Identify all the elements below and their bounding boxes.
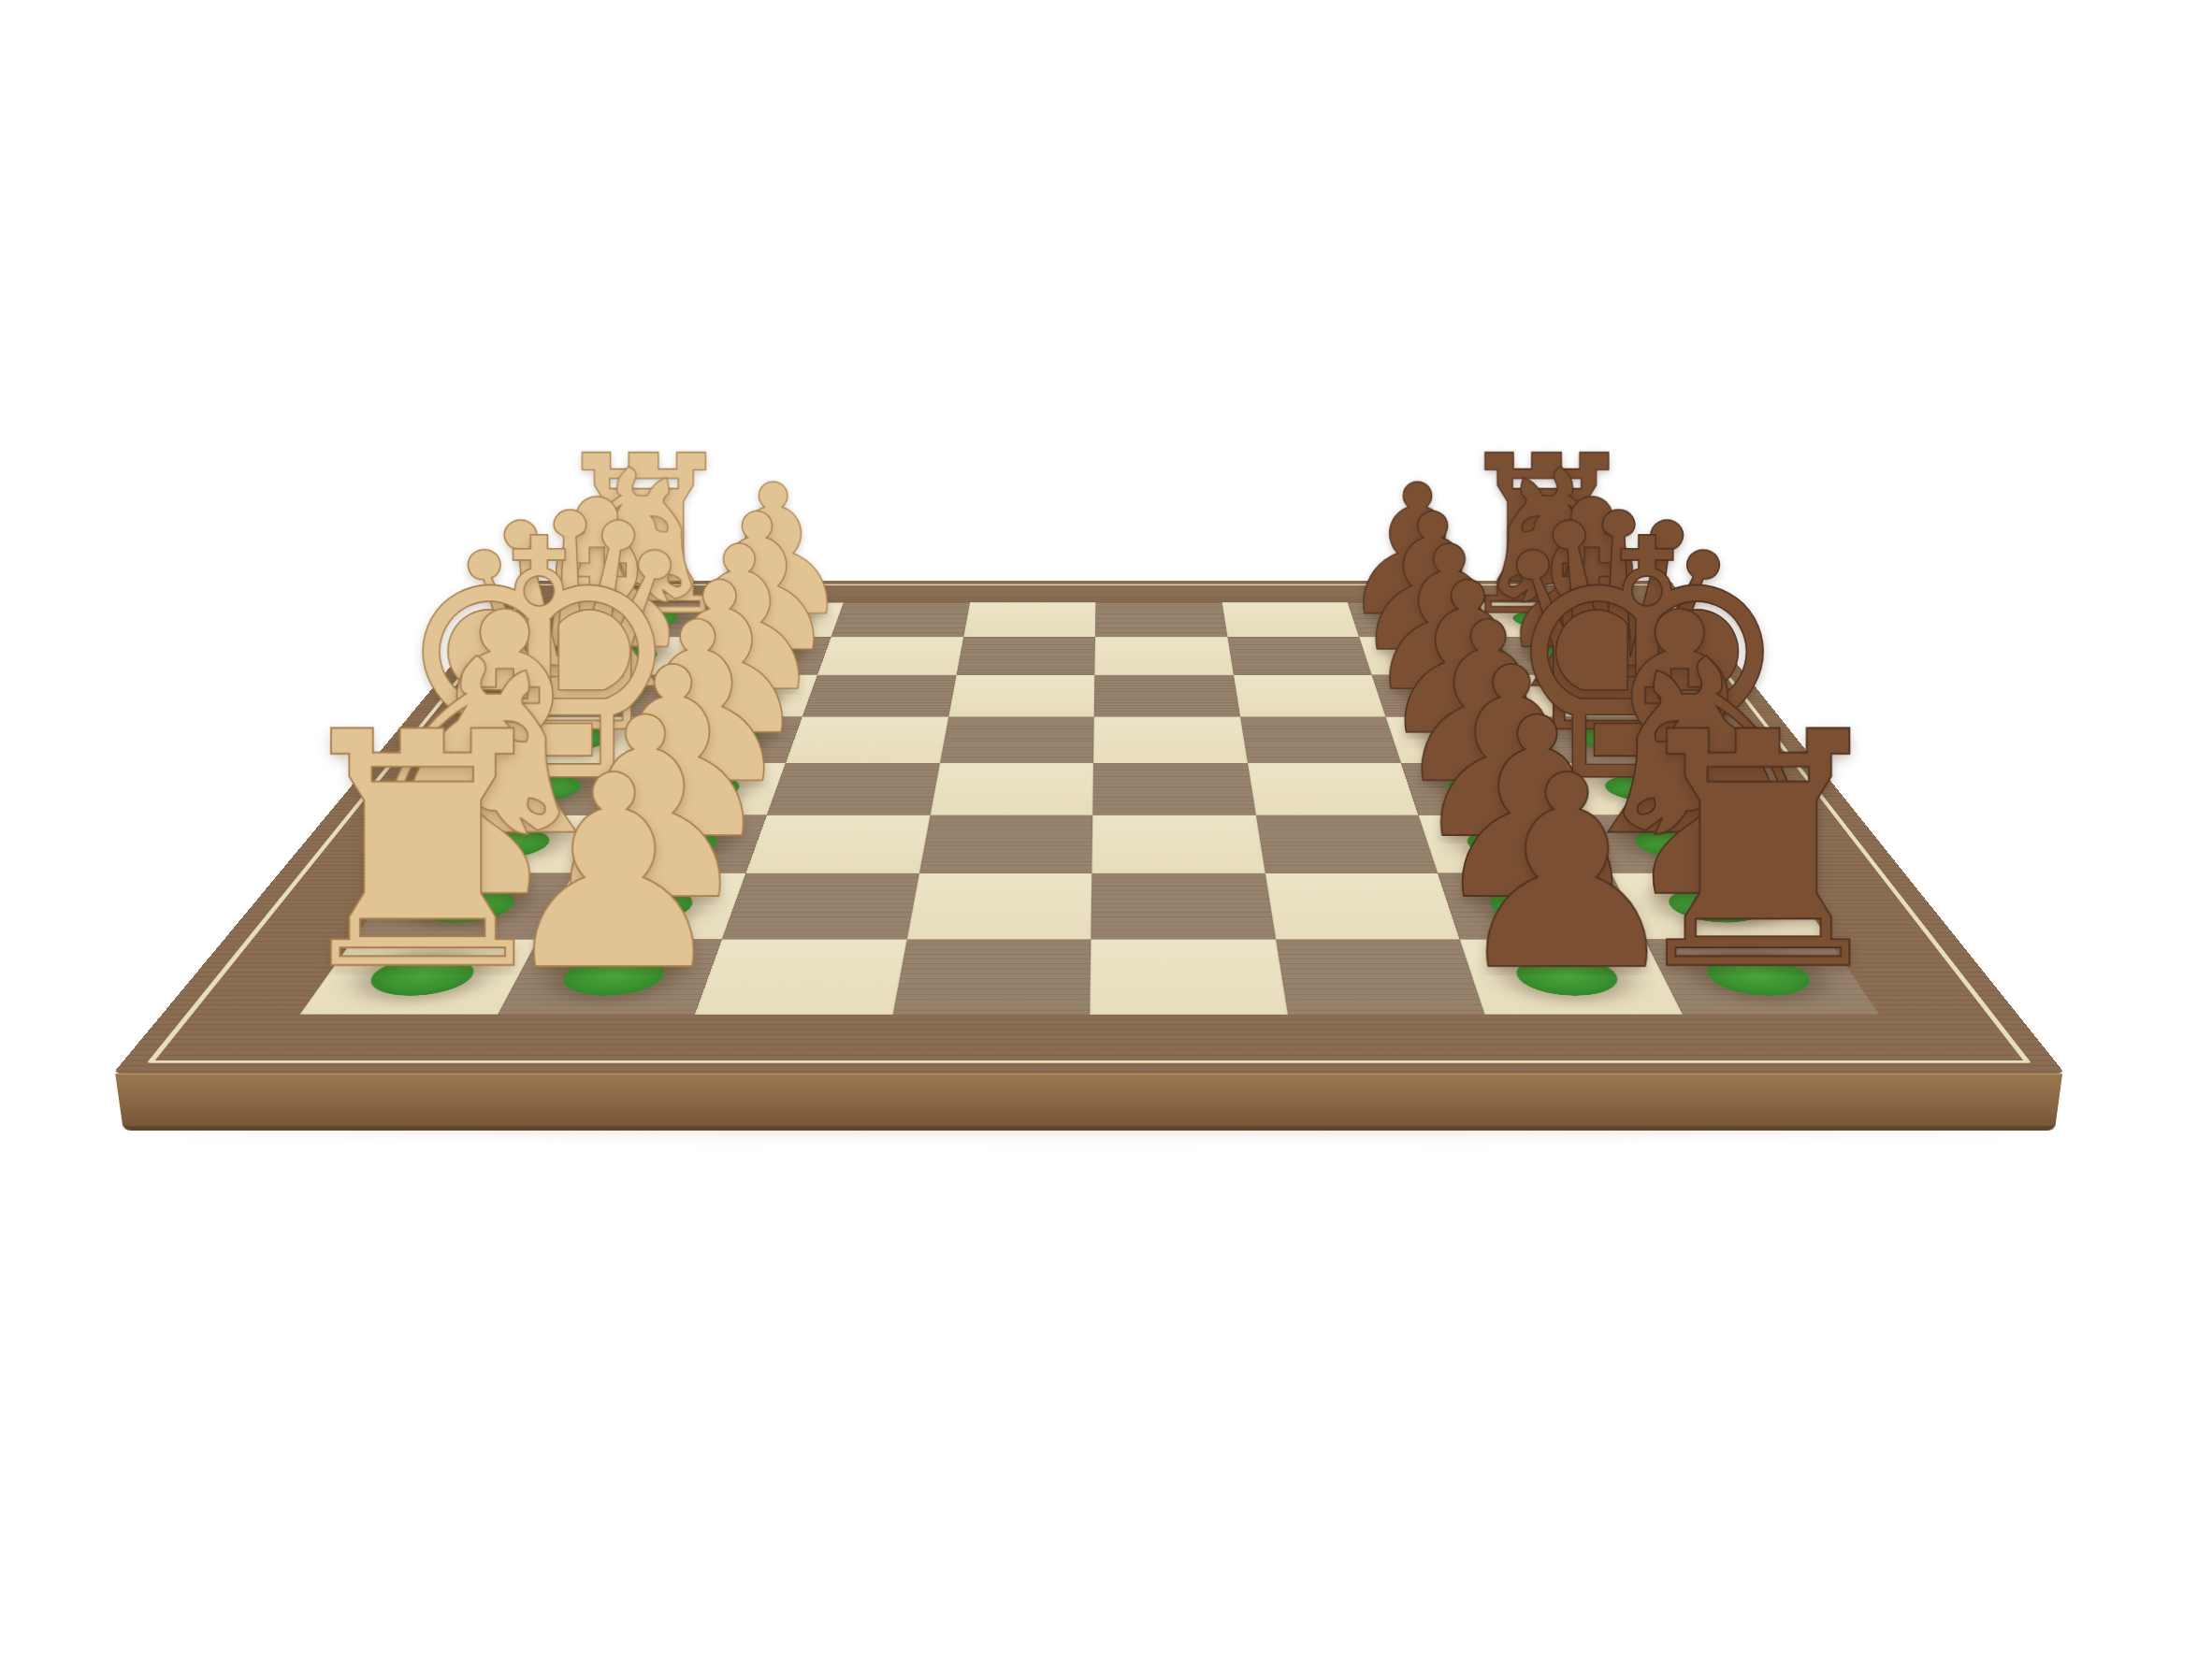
- square-h5[interactable]: [1090, 939, 1287, 1015]
- square-c5[interactable]: [1094, 675, 1240, 717]
- piece-black-rook[interactable]: ♜︎: [1612, 651, 1903, 975]
- square-h4[interactable]: [892, 939, 1091, 1015]
- square-f4[interactable]: [918, 815, 1092, 872]
- piece-white-pawn[interactable]: ♟︎: [494, 709, 733, 975]
- square-g4[interactable]: [906, 873, 1092, 940]
- square-a4[interactable]: [963, 602, 1096, 637]
- chess-photo-scene: ♜︎♟︎♟︎♜︎♞︎♟︎♟︎♞︎♝︎♟︎♟︎♝︎♛︎♟︎♟︎♛︎♚︎♟︎♟︎♚︎…: [0, 0, 2212, 1658]
- square-a5[interactable]: [1095, 602, 1227, 637]
- square-d4[interactable]: [940, 716, 1094, 763]
- square-c4[interactable]: [948, 675, 1095, 717]
- square-d5[interactable]: [1093, 716, 1248, 763]
- square-h8[interactable]: ♜︎: [1644, 939, 1880, 1015]
- board-front-edge: [115, 1074, 2062, 1131]
- black-rook-glyph: ♜︎: [1612, 690, 1903, 1015]
- square-e4[interactable]: [930, 763, 1093, 815]
- square-e5[interactable]: [1092, 763, 1255, 815]
- square-b4[interactable]: [956, 637, 1095, 674]
- square-g5[interactable]: [1091, 873, 1275, 940]
- white-pawn-glyph: ♟︎: [494, 741, 733, 1007]
- chess-board: ♜︎♟︎♟︎♜︎♞︎♟︎♟︎♞︎♝︎♟︎♟︎♝︎♛︎♟︎♟︎♛︎♚︎♟︎♟︎♚︎…: [112, 581, 2065, 1074]
- board-grid: ♜︎♟︎♟︎♜︎♞︎♟︎♟︎♞︎♝︎♟︎♟︎♝︎♛︎♟︎♟︎♛︎♚︎♟︎♟︎♚︎…: [300, 602, 1880, 1014]
- perspective-scene: ♜︎♟︎♟︎♜︎♞︎♟︎♟︎♞︎♝︎♟︎♟︎♝︎♛︎♟︎♟︎♛︎♚︎♟︎♟︎♚︎…: [0, 0, 2212, 1658]
- square-b5[interactable]: [1094, 637, 1233, 674]
- square-h2[interactable]: ♟︎: [498, 939, 722, 1015]
- square-f5[interactable]: [1092, 815, 1265, 872]
